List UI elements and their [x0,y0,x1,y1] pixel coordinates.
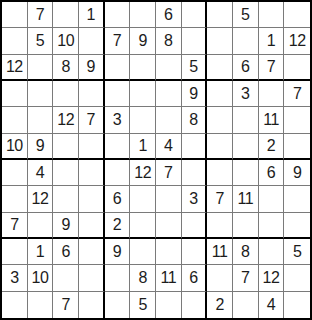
cell-r12c8-empty[interactable] [182,292,208,318]
cell-r12c10-empty[interactable] [233,292,259,318]
cell-r7c9-empty[interactable] [207,160,233,186]
cell-r10c2-given: 1 [28,239,54,265]
cell-r12c6-given: 5 [130,292,156,318]
cell-r5c12-empty[interactable] [284,107,310,133]
cell-r11c6-given: 8 [130,265,156,291]
cell-r1c2-given: 7 [28,2,54,28]
cell-r3c10-given: 6 [233,55,259,81]
cell-r1c10-given: 5 [233,2,259,28]
cell-r9c4-empty[interactable] [79,213,105,239]
sudoku-page: 7165510798112128956793712738111091424127… [0,0,312,320]
cell-r11c7-given: 11 [156,265,182,291]
cell-r4c6-empty[interactable] [130,81,156,107]
sudoku-board: 7165510798112128956793712738111091424127… [0,0,312,320]
cell-r4c7-empty[interactable] [156,81,182,107]
cell-r7c4-empty[interactable] [79,160,105,186]
cell-r4c2-empty[interactable] [28,81,54,107]
cell-r1c11-empty[interactable] [259,2,285,28]
cell-r1c9-empty[interactable] [207,2,233,28]
cell-r3c12-empty[interactable] [284,55,310,81]
cell-r5c10-empty[interactable] [233,107,259,133]
cell-r8c7-empty[interactable] [156,186,182,212]
cell-r10c6-empty[interactable] [130,239,156,265]
cell-r9c8-empty[interactable] [182,213,208,239]
cell-r9c12-empty[interactable] [284,213,310,239]
cell-r4c12-given: 7 [284,81,310,107]
cell-r2c5-given: 7 [105,28,131,54]
cell-r6c1-given: 10 [2,134,28,160]
cell-r9c2-empty[interactable] [28,213,54,239]
cell-r6c7-given: 4 [156,134,182,160]
cell-r11c8-given: 6 [182,265,208,291]
cell-r10c9-given: 11 [207,239,233,265]
cell-r10c10-given: 8 [233,239,259,265]
cell-r8c12-empty[interactable] [284,186,310,212]
cell-r4c1-empty[interactable] [2,81,28,107]
cell-r9c11-empty[interactable] [259,213,285,239]
cell-r4c10-given: 3 [233,81,259,107]
cell-r4c11-empty[interactable] [259,81,285,107]
cell-r6c5-empty[interactable] [105,134,131,160]
cell-r12c5-empty[interactable] [105,292,131,318]
cell-r7c12-given: 9 [284,160,310,186]
cell-r5c2-empty[interactable] [28,107,54,133]
cell-r12c3-given: 7 [53,292,79,318]
cell-r3c11-given: 7 [259,55,285,81]
cell-r12c12-empty[interactable] [284,292,310,318]
cell-r3c8-given: 5 [182,55,208,81]
cell-r7c1-empty[interactable] [2,160,28,186]
cell-r9c5-given: 2 [105,213,131,239]
cell-r12c7-empty[interactable] [156,292,182,318]
cell-r11c2-given: 10 [28,265,54,291]
cell-r10c5-given: 9 [105,239,131,265]
cell-r6c2-given: 9 [28,134,54,160]
cell-r6c12-empty[interactable] [284,134,310,160]
cell-r6c9-empty[interactable] [207,134,233,160]
cell-r12c2-empty[interactable] [28,292,54,318]
cell-r12c4-empty[interactable] [79,292,105,318]
cell-r5c3-given: 12 [53,107,79,133]
cell-r8c8-given: 3 [182,186,208,212]
cell-r3c6-empty[interactable] [130,55,156,81]
cell-r4c4-empty[interactable] [79,81,105,107]
cell-r10c11-empty[interactable] [259,239,285,265]
cell-r1c1-empty[interactable] [2,2,28,28]
cell-r8c9-given: 7 [207,186,233,212]
cell-r7c2-given: 4 [28,160,54,186]
cell-r5c6-empty[interactable] [130,107,156,133]
cell-r11c11-given: 12 [259,265,285,291]
cell-r1c7-given: 6 [156,2,182,28]
cell-r10c4-empty[interactable] [79,239,105,265]
cell-r10c12-given: 5 [284,239,310,265]
cell-r9c6-empty[interactable] [130,213,156,239]
cell-r5c7-empty[interactable] [156,107,182,133]
cell-r7c10-empty[interactable] [233,160,259,186]
cell-r3c1-given: 12 [2,55,28,81]
cell-r8c1-empty[interactable] [2,186,28,212]
cell-r11c1-given: 3 [2,265,28,291]
cell-r9c10-empty[interactable] [233,213,259,239]
cell-r3c5-empty[interactable] [105,55,131,81]
cell-r2c9-empty[interactable] [207,28,233,54]
cell-r10c8-empty[interactable] [182,239,208,265]
cell-r9c1-given: 7 [2,213,28,239]
cell-r4c3-empty[interactable] [53,81,79,107]
cell-r2c8-empty[interactable] [182,28,208,54]
cell-r2c4-empty[interactable] [79,28,105,54]
cell-r8c3-empty[interactable] [53,186,79,212]
cell-r1c4-given: 1 [79,2,105,28]
cell-r5c5-given: 3 [105,107,131,133]
cell-r6c8-empty[interactable] [182,134,208,160]
cell-r7c5-empty[interactable] [105,160,131,186]
cell-r3c4-given: 9 [79,55,105,81]
cell-r11c4-empty[interactable] [79,265,105,291]
cell-r7c8-empty[interactable] [182,160,208,186]
cell-r5c11-given: 11 [259,107,285,133]
cell-r4c9-empty[interactable] [207,81,233,107]
cell-r2c11-given: 1 [259,28,285,54]
cell-r8c10-given: 11 [233,186,259,212]
cell-r7c7-given: 7 [156,160,182,186]
cell-r11c9-empty[interactable] [207,265,233,291]
cell-r6c11-given: 2 [259,134,285,160]
cell-r12c11-given: 4 [259,292,285,318]
cell-r10c1-empty[interactable] [2,239,28,265]
cell-r10c7-empty[interactable] [156,239,182,265]
cell-r4c8-given: 9 [182,81,208,107]
cell-r11c12-empty[interactable] [284,265,310,291]
cell-r9c9-empty[interactable] [207,213,233,239]
cell-r2c12-given: 12 [284,28,310,54]
cell-r2c1-empty[interactable] [2,28,28,54]
cell-r8c11-empty[interactable] [259,186,285,212]
cell-r5c4-given: 7 [79,107,105,133]
cell-r1c5-empty[interactable] [105,2,131,28]
cell-r1c12-empty[interactable] [284,2,310,28]
cell-r6c10-empty[interactable] [233,134,259,160]
cell-r1c6-empty[interactable] [130,2,156,28]
cell-r2c3-given: 10 [53,28,79,54]
cell-r9c7-empty[interactable] [156,213,182,239]
cell-r2c10-empty[interactable] [233,28,259,54]
cell-r3c9-empty[interactable] [207,55,233,81]
cell-r6c3-empty[interactable] [53,134,79,160]
cell-r8c4-empty[interactable] [79,186,105,212]
cell-r9c3-given: 9 [53,213,79,239]
cell-r8c5-given: 6 [105,186,131,212]
cell-r3c2-empty[interactable] [28,55,54,81]
cell-r12c1-empty[interactable] [2,292,28,318]
cell-r5c9-empty[interactable] [207,107,233,133]
cell-r8c6-empty[interactable] [130,186,156,212]
cell-r4c5-empty[interactable] [105,81,131,107]
cell-r11c5-empty[interactable] [105,265,131,291]
cell-r6c6-given: 1 [130,134,156,160]
cell-r3c3-given: 8 [53,55,79,81]
cell-r7c11-given: 6 [259,160,285,186]
cell-r8c2-given: 12 [28,186,54,212]
cell-r2c7-given: 8 [156,28,182,54]
cell-r7c3-empty[interactable] [53,160,79,186]
cell-r2c6-given: 9 [130,28,156,54]
cell-r5c8-given: 8 [182,107,208,133]
cell-r10c3-given: 6 [53,239,79,265]
cell-r11c10-given: 7 [233,265,259,291]
cell-r7c6-given: 12 [130,160,156,186]
cell-r1c8-empty[interactable] [182,2,208,28]
cell-r1c3-empty[interactable] [53,2,79,28]
cell-r12c9-given: 2 [207,292,233,318]
cell-r6c4-empty[interactable] [79,134,105,160]
cell-r5c1-empty[interactable] [2,107,28,133]
cell-r11c3-empty[interactable] [53,265,79,291]
cell-r3c7-empty[interactable] [156,55,182,81]
cell-r2c2-given: 5 [28,28,54,54]
